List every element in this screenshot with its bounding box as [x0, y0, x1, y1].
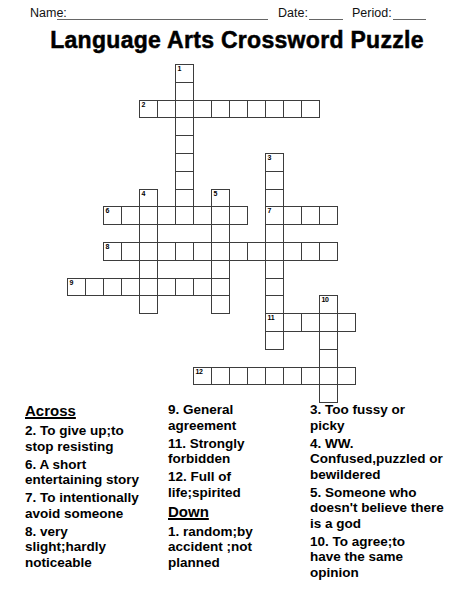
grid-cell[interactable] [175, 278, 194, 297]
clue-item: 11. Strongly forbidden [168, 436, 294, 467]
grid-cell[interactable] [139, 278, 158, 297]
date-blank-line [309, 5, 343, 20]
grid-cell[interactable] [265, 224, 284, 243]
cell-number: 12 [196, 368, 203, 376]
grid-cell[interactable] [85, 278, 104, 297]
grid-cell[interactable] [283, 206, 302, 225]
cell-number: 2 [142, 101, 146, 109]
grid-cell[interactable] [247, 242, 266, 261]
grid-cell[interactable] [139, 206, 158, 225]
grid-cell[interactable] [265, 278, 284, 297]
grid-cell[interactable] [103, 278, 122, 297]
grid-cell[interactable] [175, 189, 194, 208]
grid-cell[interactable] [175, 171, 194, 190]
grid-cell[interactable] [193, 100, 212, 119]
clue-item: 12. Full of life;spirited [168, 469, 294, 500]
grid-cell[interactable] [121, 242, 140, 261]
grid-cell[interactable]: 6 [103, 206, 122, 225]
grid-cell[interactable] [247, 367, 266, 386]
grid-cell[interactable] [211, 224, 230, 243]
grid-cell[interactable] [211, 367, 230, 386]
cell-number: 3 [268, 154, 272, 162]
grid-cell[interactable] [139, 295, 158, 314]
grid-cell[interactable] [265, 367, 284, 386]
grid-cell[interactable] [301, 206, 320, 225]
grid-cell[interactable]: 12 [193, 367, 212, 386]
grid-cell[interactable] [139, 224, 158, 243]
grid-cell[interactable] [265, 171, 284, 190]
grid-cell[interactable] [157, 242, 176, 261]
grid-cell[interactable] [265, 189, 284, 208]
clue-item: 4. WW. Confused,puzzled or bewildered [310, 436, 474, 483]
clue-item: 3. Too fussy or picky [310, 402, 474, 433]
grid-cell[interactable] [229, 100, 248, 119]
grid-cell[interactable] [157, 278, 176, 297]
grid-cell[interactable] [283, 100, 302, 119]
grid-cell[interactable] [301, 367, 320, 386]
clue-item: 8. very slight;hardly noticeable [25, 524, 167, 571]
cell-number: 6 [106, 207, 110, 215]
grid-cell[interactable] [175, 100, 194, 119]
clue-column-left: Across2. To give up;to stop resisting6. … [25, 402, 167, 573]
grid-cell[interactable] [157, 206, 176, 225]
clue-item: 6. A short entertaining story [25, 457, 167, 488]
name-blank-line [57, 5, 268, 20]
grid-cell[interactable] [319, 313, 338, 332]
cell-number: 7 [268, 207, 272, 215]
grid-cell[interactable] [319, 349, 338, 368]
grid-cell[interactable] [265, 242, 284, 261]
grid-cell[interactable] [121, 206, 140, 225]
grid-cell[interactable] [301, 313, 320, 332]
clue-item: 2. To give up;to stop resisting [25, 423, 167, 454]
grid-cell[interactable] [211, 100, 230, 119]
grid-cell[interactable] [211, 260, 230, 279]
grid-cell[interactable] [139, 242, 158, 261]
grid-cell[interactable]: 9 [67, 278, 86, 297]
clue-item: 7. To intentionally avoid someone [25, 490, 167, 521]
grid-cell[interactable] [319, 367, 338, 386]
grid-cell[interactable]: 3 [265, 153, 284, 172]
grid-cell[interactable] [283, 242, 302, 261]
grid-cell[interactable] [211, 278, 230, 297]
grid-cell[interactable] [211, 242, 230, 261]
grid-cell[interactable]: 5 [211, 189, 230, 208]
grid-cell[interactable] [337, 313, 356, 332]
page-title: Language Arts Crossword Puzzle [0, 27, 474, 54]
grid-cell[interactable] [229, 367, 248, 386]
grid-cell[interactable] [211, 295, 230, 314]
cell-number: 4 [142, 190, 146, 198]
worksheet-page: Name: Date: Period: Language Arts Crossw… [0, 0, 474, 613]
cell-number: 1 [178, 65, 182, 73]
grid-cell[interactable] [157, 100, 176, 119]
cell-number: 11 [268, 314, 275, 322]
grid-cell[interactable] [319, 331, 338, 350]
grid-cell[interactable] [265, 295, 284, 314]
clue-column-right: 3. Too fussy or picky4. WW. Confused,puz… [310, 402, 474, 583]
clue-item: 10. To agree;to have the same opinion [310, 534, 474, 581]
grid-cell[interactable] [175, 153, 194, 172]
cell-number: 8 [106, 243, 110, 251]
grid-cell[interactable] [121, 278, 140, 297]
grid-cell[interactable] [139, 260, 158, 279]
grid-cell[interactable] [247, 100, 266, 119]
date-label: Date: [278, 6, 308, 20]
grid-cell[interactable] [193, 278, 212, 297]
grid-cell[interactable] [301, 100, 320, 119]
period-blank-line [393, 5, 426, 20]
clues-section-header: Across [25, 402, 167, 419]
grid-cell[interactable] [319, 242, 338, 261]
grid-cell[interactable] [193, 206, 212, 225]
grid-cell[interactable]: 1 [175, 64, 194, 83]
grid-cell[interactable] [175, 135, 194, 154]
cell-number: 9 [70, 279, 74, 287]
grid-cell[interactable]: 4 [139, 189, 158, 208]
grid-cell[interactable]: 10 [319, 295, 338, 314]
grid-cell[interactable] [301, 242, 320, 261]
grid-cell[interactable]: 2 [139, 100, 158, 119]
grid-cell[interactable] [283, 367, 302, 386]
clue-column-middle: 9. General agreement11. Strongly forbidd… [168, 402, 294, 573]
grid-cell[interactable] [175, 242, 194, 261]
grid-cell[interactable] [175, 206, 194, 225]
grid-cell[interactable] [319, 384, 338, 403]
grid-cell[interactable] [211, 206, 230, 225]
grid-cell[interactable] [175, 117, 194, 136]
cell-number: 5 [214, 190, 218, 198]
grid-cell[interactable] [229, 206, 248, 225]
grid-cell[interactable] [229, 242, 248, 261]
clue-item: 9. General agreement [168, 402, 294, 433]
grid-cell[interactable] [319, 206, 338, 225]
grid-cell[interactable] [265, 260, 284, 279]
clues-section-header: Down [168, 503, 294, 520]
clue-item: 5. Someone who doesn't believe there is … [310, 485, 474, 532]
grid-cell[interactable] [265, 100, 284, 119]
grid-cell[interactable]: 11 [265, 313, 284, 332]
grid-cell[interactable] [337, 367, 356, 386]
clue-item: 1. random;by accident ;not planned [168, 524, 294, 571]
grid-cell[interactable]: 8 [103, 242, 122, 261]
grid-cell[interactable]: 7 [265, 206, 284, 225]
period-label: Period: [352, 6, 392, 20]
grid-cell[interactable] [283, 313, 302, 332]
cell-number: 10 [322, 296, 329, 304]
grid-cell[interactable] [175, 82, 194, 101]
grid-cell[interactable] [265, 331, 284, 350]
grid-cell[interactable] [193, 242, 212, 261]
